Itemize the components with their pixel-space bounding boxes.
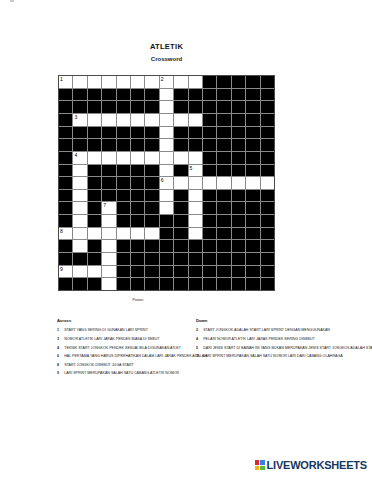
grid-cell-black xyxy=(203,165,216,177)
down-clue: 2Start jongkok adalah start lari sprint … xyxy=(196,326,364,335)
clue-number-9: 9 xyxy=(60,266,63,272)
grid-cell-black xyxy=(232,253,245,265)
grid-cell-black xyxy=(131,177,144,189)
grid-cell-black xyxy=(203,127,216,139)
grid-cell-black xyxy=(261,89,274,101)
grid-cell-black xyxy=(73,253,86,265)
grid-cell-black xyxy=(246,190,259,202)
grid-cell-black xyxy=(59,177,72,189)
grid-cell-black xyxy=(59,190,72,202)
grid-cell-black xyxy=(174,139,187,151)
grid-cell-black xyxy=(246,215,259,227)
grid-cell-black xyxy=(131,165,144,177)
grid-cell-white[interactable] xyxy=(102,152,115,164)
grid-cell-white[interactable] xyxy=(73,240,86,252)
grid-cell-black xyxy=(117,127,130,139)
grid-cell-black xyxy=(217,152,230,164)
logo-tile-3 xyxy=(260,466,265,471)
grid-cell-black xyxy=(174,165,187,177)
grid-cell-white[interactable] xyxy=(160,152,173,164)
logo-tile-1 xyxy=(260,460,265,465)
grid-cell-black xyxy=(59,253,72,265)
grid-cell-black xyxy=(59,89,72,101)
grid-cell-black xyxy=(59,152,72,164)
grid-cell-white[interactable] xyxy=(102,278,115,290)
grid-cell-white[interactable]: 1 xyxy=(59,76,72,88)
grid-cell-white[interactable]: 4 xyxy=(73,152,86,164)
grid-cell-black xyxy=(160,278,173,290)
grid-cell-black xyxy=(174,89,187,101)
grid-cell-black xyxy=(203,202,216,214)
grid-cell-black xyxy=(203,114,216,126)
grid-cell-black xyxy=(174,215,187,227)
grid-cell-black xyxy=(217,165,230,177)
grid-cell-black xyxy=(217,76,230,88)
grid-cell-black xyxy=(203,228,216,240)
grid-caption: Power xyxy=(90,297,186,301)
grid-cell-white[interactable] xyxy=(189,215,202,227)
grid-cell-black xyxy=(246,202,259,214)
grid-cell-black xyxy=(131,190,144,202)
grid-cell-black xyxy=(189,240,202,252)
grid-cell-black xyxy=(59,215,72,227)
grid-cell-white[interactable] xyxy=(217,177,230,189)
clue-number-6: 6 xyxy=(161,177,164,183)
grid-cell-white[interactable] xyxy=(102,266,115,278)
grid-cell-black xyxy=(203,253,216,265)
clue-number-7: 7 xyxy=(103,202,106,208)
grid-cell-black xyxy=(203,215,216,227)
grid-cell-black xyxy=(73,127,86,139)
grid-cell-black xyxy=(160,228,173,240)
grid-cell-white[interactable] xyxy=(261,177,274,189)
grid-cell-white[interactable] xyxy=(160,89,173,101)
grid-cell-white[interactable]: 2 xyxy=(160,76,173,88)
grid-cell-black xyxy=(232,152,245,164)
grid-cell-white[interactable] xyxy=(88,114,101,126)
grid-cell-black xyxy=(261,101,274,113)
grid-cell-black xyxy=(117,278,130,290)
grid-cell-black xyxy=(246,266,259,278)
across-clue-text: Lari sprint merupakan salah satu cabang … xyxy=(62,369,179,378)
grid-cell-white[interactable] xyxy=(102,76,115,88)
grid-cell-black xyxy=(145,89,158,101)
liveworksheets-logo[interactable]: LIVEWORKSHEETS xyxy=(255,459,368,471)
grid-cell-black xyxy=(232,165,245,177)
grid-cell-black xyxy=(59,165,72,177)
grid-cell-white[interactable] xyxy=(160,127,173,139)
grid-cell-black xyxy=(117,165,130,177)
grid-cell-white[interactable] xyxy=(160,165,173,177)
grid-cell-black xyxy=(246,152,259,164)
grid-cell-black xyxy=(232,139,245,151)
grid-cell-black xyxy=(232,266,245,278)
page-title: ATLETIK xyxy=(58,42,275,51)
grid-cell-black xyxy=(217,278,230,290)
down-clues-section: Down 2Start jongkok adalah start lari sp… xyxy=(196,318,368,389)
grid-cell-black xyxy=(232,114,245,126)
grid-cell-black xyxy=(217,114,230,126)
grid-cell-black xyxy=(145,278,158,290)
grid-cell-white[interactable] xyxy=(174,114,187,126)
grid-cell-white[interactable] xyxy=(189,76,202,88)
down-clue-text: Start jongkok adalah start lari sprint d… xyxy=(201,326,330,335)
grid-cell-black xyxy=(131,202,144,214)
grid-cell-white[interactable] xyxy=(232,177,245,189)
grid-cell-white[interactable]: 7 xyxy=(102,202,115,214)
grid-cell-black xyxy=(246,228,259,240)
grid-cell-black xyxy=(88,240,101,252)
grid-cell-black xyxy=(217,215,230,227)
logo-tile-2 xyxy=(255,466,260,471)
grid-cell-white[interactable] xyxy=(73,266,86,278)
grid-cell-white[interactable] xyxy=(102,240,115,252)
grid-cell-black xyxy=(131,278,144,290)
grid-cell-black xyxy=(117,253,130,265)
grid-cell-white[interactable] xyxy=(73,165,86,177)
grid-cell-black xyxy=(232,190,245,202)
grid-cell-black xyxy=(203,278,216,290)
grid-cell-black xyxy=(189,127,202,139)
grid-cell-black xyxy=(217,253,230,265)
grid-cell-white[interactable] xyxy=(189,114,202,126)
grid-cell-black xyxy=(189,278,202,290)
grid-cell-black xyxy=(131,89,144,101)
clue-number-5: 5 xyxy=(190,165,193,171)
grid-cell-white[interactable] xyxy=(102,215,115,227)
across-clue-text: Start jongkok disebut juga start xyxy=(62,360,134,369)
grid-cell-black xyxy=(246,101,259,113)
grid-cell-black xyxy=(131,139,144,151)
grid-cell-black xyxy=(203,76,216,88)
grid-cell-black xyxy=(88,253,101,265)
down-clue-text: Pelari nomor atletik lari jarak pendek s… xyxy=(201,334,315,343)
grid-cell-black xyxy=(246,89,259,101)
grid-cell-black xyxy=(145,127,158,139)
grid-cell-black xyxy=(174,228,187,240)
grid-cell-black xyxy=(145,101,158,113)
grid-cell-white[interactable] xyxy=(88,266,101,278)
grid-cell-black xyxy=(160,266,173,278)
grid-cell-white[interactable] xyxy=(73,215,86,227)
down-clue-text: Lari sprint merupakan salah satu nomor l… xyxy=(201,352,343,361)
grid-cell-white[interactable] xyxy=(73,190,86,202)
grid-cell-white[interactable] xyxy=(117,228,130,240)
grid-cell-black xyxy=(246,114,259,126)
grid-cell-black xyxy=(203,101,216,113)
across-clue-text: Hal pertama yang harus diperhatikan dala… xyxy=(62,352,207,361)
grid-cell-black xyxy=(117,215,130,227)
grid-cell-black xyxy=(145,202,158,214)
clue-number-4: 4 xyxy=(74,152,77,158)
grid-cell-black xyxy=(261,76,274,88)
grid-cell-black xyxy=(174,190,187,202)
grid-cell-black xyxy=(232,228,245,240)
grid-cell-black xyxy=(59,101,72,113)
grid-cell-black xyxy=(261,139,274,151)
grid-cell-black xyxy=(174,278,187,290)
crossword-grid: 123456789 xyxy=(58,75,275,291)
grid-cell-black xyxy=(174,240,187,252)
grid-cell-black xyxy=(88,165,101,177)
grid-cell-black xyxy=(174,101,187,113)
down-clue: 7Lari sprint merupakan salah satu nomor … xyxy=(196,352,364,361)
grid-cell-black xyxy=(59,139,72,151)
grid-cell-black xyxy=(174,266,187,278)
grid-cell-black xyxy=(261,215,274,227)
grid-cell-black xyxy=(117,101,130,113)
grid-cell-white[interactable] xyxy=(160,139,173,151)
grid-cell-black xyxy=(189,101,202,113)
grid-cell-black xyxy=(189,253,202,265)
grid-cell-white[interactable] xyxy=(160,202,173,214)
grid-cell-white[interactable] xyxy=(145,114,158,126)
grid-cell-black xyxy=(102,89,115,101)
grid-cell-black xyxy=(174,202,187,214)
grid-cell-black xyxy=(145,240,158,252)
grid-cell-black xyxy=(88,101,101,113)
grid-cell-black xyxy=(59,114,72,126)
grid-cell-black xyxy=(59,127,72,139)
grid-cell-black xyxy=(189,139,202,151)
down-header: Down xyxy=(196,318,364,322)
grid-cell-white[interactable] xyxy=(88,152,101,164)
clue-number-1: 1 xyxy=(60,76,63,82)
grid-cell-black xyxy=(145,215,158,227)
grid-cell-black xyxy=(261,228,274,240)
grid-cell-white[interactable] xyxy=(174,76,187,88)
grid-cell-white[interactable] xyxy=(203,177,216,189)
grid-cell-white[interactable]: 8 xyxy=(59,228,72,240)
grid-cell-black xyxy=(131,127,144,139)
grid-cell-black xyxy=(88,202,101,214)
grid-cell-black xyxy=(88,190,101,202)
grid-cell-white[interactable] xyxy=(160,190,173,202)
grid-cell-black xyxy=(261,253,274,265)
grid-cell-black xyxy=(131,101,144,113)
grid-cell-black xyxy=(145,139,158,151)
grid-cell-black xyxy=(73,278,86,290)
grid-cell-black xyxy=(203,152,216,164)
grid-cell-white[interactable] xyxy=(117,76,130,88)
scan-artifact xyxy=(10,0,14,2)
grid-cell-black xyxy=(217,266,230,278)
grid-cell-black xyxy=(145,266,158,278)
grid-cell-black xyxy=(189,266,202,278)
grid-cell-black xyxy=(117,177,130,189)
grid-cell-black xyxy=(131,215,144,227)
grid-cell-black xyxy=(59,278,72,290)
grid-cell-black xyxy=(246,253,259,265)
grid-cell-white[interactable] xyxy=(73,76,86,88)
grid-cell-white[interactable] xyxy=(189,228,202,240)
grid-cell-black xyxy=(174,127,187,139)
grid-cell-black xyxy=(102,165,115,177)
grid-cell-black xyxy=(117,190,130,202)
grid-cell-black xyxy=(145,253,158,265)
grid-cell-black xyxy=(88,127,101,139)
grid-cell-black xyxy=(232,89,245,101)
across-clue-text: Start yang sering di gunakan lari sprint xyxy=(62,326,148,335)
grid-cell-black xyxy=(246,127,259,139)
grid-cell-white[interactable] xyxy=(73,228,86,240)
grid-cell-black xyxy=(102,127,115,139)
grid-cell-white[interactable]: 9 xyxy=(59,266,72,278)
grid-cell-white[interactable] xyxy=(102,114,115,126)
grid-cell-white[interactable] xyxy=(145,76,158,88)
grid-cell-white[interactable] xyxy=(102,228,115,240)
grid-cell-white[interactable] xyxy=(117,114,130,126)
grid-cell-black xyxy=(145,177,158,189)
grid-cell-black xyxy=(131,253,144,265)
grid-cell-black xyxy=(232,202,245,214)
grid-cell-black xyxy=(203,266,216,278)
grid-cell-white[interactable] xyxy=(131,114,144,126)
grid-cell-black xyxy=(117,240,130,252)
grid-cell-black xyxy=(145,165,158,177)
grid-cell-black xyxy=(160,253,173,265)
clue-number-8: 8 xyxy=(60,228,63,234)
grid-cell-black xyxy=(232,278,245,290)
grid-cell-black xyxy=(131,266,144,278)
grid-cell-white[interactable] xyxy=(189,177,202,189)
grid-cell-black xyxy=(117,266,130,278)
grid-cell-white[interactable] xyxy=(88,228,101,240)
down-clue-text: Dari jenis start di bawah ini yang bukan… xyxy=(201,343,372,352)
across-clues-section: Across 1Start yang sering di gunakan lar… xyxy=(57,318,197,417)
grid-cell-black xyxy=(203,139,216,151)
grid-cell-black xyxy=(145,190,158,202)
grid-cell-black xyxy=(261,240,274,252)
grid-cell-white[interactable] xyxy=(117,152,130,164)
grid-cell-black xyxy=(261,127,274,139)
grid-cell-black xyxy=(217,101,230,113)
grid-cell-black xyxy=(59,240,72,252)
grid-cell-white[interactable] xyxy=(73,177,86,189)
grid-cell-black xyxy=(261,114,274,126)
grid-cell-black xyxy=(217,240,230,252)
grid-cell-black xyxy=(246,165,259,177)
grid-cell-white[interactable] xyxy=(131,76,144,88)
grid-cell-black xyxy=(117,202,130,214)
grid-cell-black xyxy=(59,202,72,214)
grid-cell-white[interactable]: 3 xyxy=(73,114,86,126)
grid-cell-black xyxy=(160,240,173,252)
grid-cell-white[interactable] xyxy=(174,177,187,189)
grid-cell-black xyxy=(203,89,216,101)
grid-cell-black xyxy=(232,101,245,113)
grid-cell-black xyxy=(261,152,274,164)
grid-cell-black xyxy=(217,202,230,214)
grid-cell-black xyxy=(246,76,259,88)
across-clue-text: Nomor atletik lari jarak pendek biasa di… xyxy=(62,334,160,343)
grid-cell-black xyxy=(217,190,230,202)
across-clue-text: Teknik start jongkok pendek sesuai bila … xyxy=(62,343,181,352)
grid-cell-black xyxy=(73,101,86,113)
grid-cell-white[interactable] xyxy=(131,152,144,164)
grid-cell-white[interactable] xyxy=(246,177,259,189)
grid-cell-black xyxy=(246,139,259,151)
grid-cell-black xyxy=(88,278,101,290)
grid-cell-black xyxy=(131,240,144,252)
grid-cell-black xyxy=(261,165,274,177)
grid-cell-black xyxy=(261,202,274,214)
grid-cell-black xyxy=(117,139,130,151)
grid-cell-black xyxy=(88,215,101,227)
grid-cell-black xyxy=(88,89,101,101)
grid-cell-black xyxy=(232,240,245,252)
grid-cell-white[interactable] xyxy=(189,190,202,202)
grid-cell-black xyxy=(73,89,86,101)
down-clue: 5Dari jenis start di bawah ini yang buka… xyxy=(196,343,364,352)
grid-cell-white[interactable] xyxy=(131,228,144,240)
grid-cell-black xyxy=(203,240,216,252)
down-clue: 4Pelari nomor atletik lari jarak pendek … xyxy=(196,334,364,343)
grid-cell-black xyxy=(102,139,115,151)
grid-cell-black xyxy=(102,190,115,202)
logo-tile-0 xyxy=(255,460,260,465)
grid-cell-white[interactable]: 6 xyxy=(160,177,173,189)
clue-number-3: 3 xyxy=(74,114,77,120)
down-clue-list: 2Start jongkok adalah start lari sprint … xyxy=(196,326,364,361)
grid-cell-black xyxy=(217,89,230,101)
grid-cell-black xyxy=(217,139,230,151)
grid-cell-black xyxy=(232,127,245,139)
grid-cell-white[interactable] xyxy=(145,152,158,164)
grid-cell-white[interactable] xyxy=(174,152,187,164)
grid-cell-black xyxy=(217,127,230,139)
grid-cell-white[interactable]: 5 xyxy=(189,165,202,177)
grid-cell-black xyxy=(73,139,86,151)
grid-cell-white[interactable] xyxy=(160,114,173,126)
grid-cell-black xyxy=(246,240,259,252)
liveworksheets-grid-icon xyxy=(255,460,265,470)
grid-cell-black xyxy=(261,278,274,290)
clue-number-2: 2 xyxy=(161,76,164,82)
grid-cell-black xyxy=(189,89,202,101)
grid-cell-black xyxy=(232,215,245,227)
grid-cell-black xyxy=(261,190,274,202)
grid-cell-white[interactable] xyxy=(145,228,158,240)
grid-cell-black xyxy=(88,177,101,189)
grid-cell-black xyxy=(117,89,130,101)
page-subtitle: Crossword xyxy=(58,56,275,62)
grid-cell-white[interactable] xyxy=(189,202,202,214)
grid-cell-white[interactable] xyxy=(102,253,115,265)
grid-cell-black xyxy=(88,139,101,151)
grid-cell-black xyxy=(160,215,173,227)
liveworksheets-brand-text: LIVEWORKSHEETS xyxy=(267,459,368,471)
grid-cell-black xyxy=(102,101,115,113)
grid-cell-black xyxy=(246,278,259,290)
grid-cell-white[interactable] xyxy=(88,76,101,88)
grid-cell-white[interactable] xyxy=(189,152,202,164)
grid-cell-black xyxy=(261,266,274,278)
grid-cell-white[interactable] xyxy=(160,101,173,113)
grid-cell-white[interactable] xyxy=(73,202,86,214)
grid-cell-black xyxy=(232,76,245,88)
grid-cell-black xyxy=(203,190,216,202)
grid-cell-black xyxy=(102,177,115,189)
grid-cell-black xyxy=(174,253,187,265)
grid-cell-black xyxy=(217,228,230,240)
